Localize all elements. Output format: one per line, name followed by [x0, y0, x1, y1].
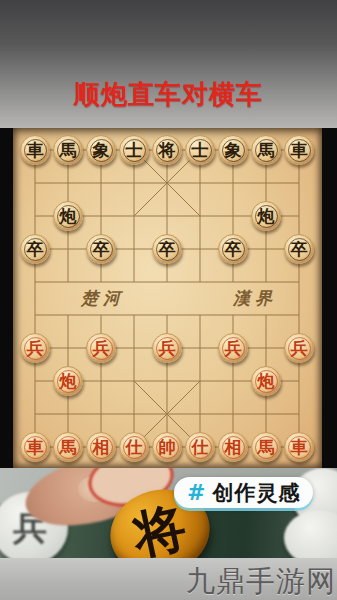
piece-red-相-f6r9[interactable]: 相	[218, 432, 248, 462]
piece-black-車-f0r0[interactable]: 車	[20, 135, 50, 165]
river: 楚河 漢界	[35, 282, 299, 315]
piece-black-将-f4r0[interactable]: 将	[152, 135, 182, 165]
piece-black-炮-f7r2[interactable]: 炮	[251, 201, 281, 231]
piece-black-卒-f0r3[interactable]: 卒	[20, 234, 50, 264]
piece-black-炮-f1r2[interactable]: 炮	[53, 201, 83, 231]
piece-black-卒-f4r3[interactable]: 卒	[152, 234, 182, 264]
piece-red-相-f2r9[interactable]: 相	[86, 432, 116, 462]
hash-icon: #	[187, 480, 205, 505]
piece-black-卒-f6r3[interactable]: 卒	[218, 234, 248, 264]
river-label-right: 漢界	[233, 287, 277, 310]
piece-red-馬-f1r9[interactable]: 馬	[53, 432, 83, 462]
piece-red-兵-f6r6[interactable]: 兵	[218, 333, 248, 363]
watermark-band: 九鼎手游网	[0, 558, 337, 600]
piece-black-卒-f8r3[interactable]: 卒	[284, 234, 314, 264]
creation-badge[interactable]: # 创作灵感	[174, 477, 313, 508]
piece-red-兵-f0r6[interactable]: 兵	[20, 333, 50, 363]
piece-red-馬-f7r9[interactable]: 馬	[251, 432, 281, 462]
page-title: 顺炮直车对横车	[0, 77, 337, 112]
piece-black-象-f6r0[interactable]: 象	[218, 135, 248, 165]
piece-black-士-f5r0[interactable]: 士	[185, 135, 215, 165]
piece-red-炮-f7r7[interactable]: 炮	[251, 366, 281, 396]
piece-black-象-f2r0[interactable]: 象	[86, 135, 116, 165]
footer-photo: 兵 将 # 创作灵感 九鼎手游网	[0, 468, 337, 600]
piece-red-兵-f8r6[interactable]: 兵	[284, 333, 314, 363]
piece-black-士-f3r0[interactable]: 士	[119, 135, 149, 165]
page: 顺炮直车对横车 楚河 漢界 車馬象士将士象馬車炮炮卒卒卒卒卒兵兵兵兵兵炮炮車馬相…	[0, 0, 337, 600]
piece-black-馬-f1r0[interactable]: 馬	[53, 135, 83, 165]
piece-red-仕-f5r9[interactable]: 仕	[185, 432, 215, 462]
piece-red-炮-f1r7[interactable]: 炮	[53, 366, 83, 396]
piece-red-兵-f4r6[interactable]: 兵	[152, 333, 182, 363]
badge-label: 创作灵感	[212, 479, 300, 507]
board-section: 楚河 漢界 車馬象士将士象馬車炮炮卒卒卒卒卒兵兵兵兵兵炮炮車馬相仕帥仕相馬車	[0, 128, 337, 468]
piece-red-車-f0r9[interactable]: 車	[20, 432, 50, 462]
video-header: 顺炮直车对横车	[0, 0, 337, 128]
board: 楚河 漢界 車馬象士将士象馬車炮炮卒卒卒卒卒兵兵兵兵兵炮炮車馬相仕帥仕相馬車	[13, 128, 322, 468]
piece-red-仕-f3r9[interactable]: 仕	[119, 432, 149, 462]
piece-red-帥-f4r9[interactable]: 帥	[152, 432, 182, 462]
piece-black-馬-f7r0[interactable]: 馬	[251, 135, 281, 165]
piece-black-卒-f2r3[interactable]: 卒	[86, 234, 116, 264]
river-label-left: 楚河	[81, 287, 125, 310]
piece-red-兵-f2r6[interactable]: 兵	[86, 333, 116, 363]
piece-black-車-f8r0[interactable]: 車	[284, 135, 314, 165]
watermark: 九鼎手游网	[186, 562, 336, 600]
piece-red-車-f8r9[interactable]: 車	[284, 432, 314, 462]
